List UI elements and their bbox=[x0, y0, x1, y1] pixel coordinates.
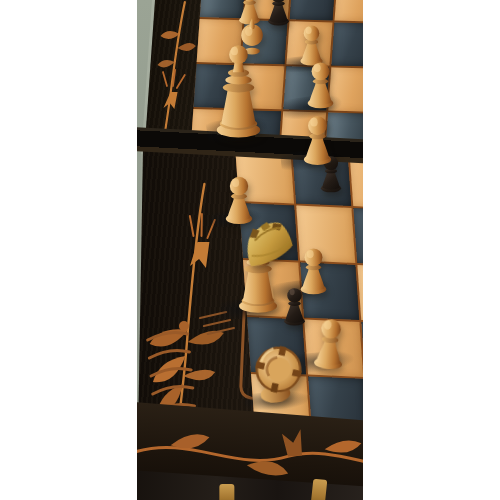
board-square bbox=[290, 0, 336, 20]
light-pawn bbox=[300, 109, 335, 166]
light-queen bbox=[212, 42, 265, 139]
brass-clasp bbox=[310, 479, 327, 500]
dark-pawn bbox=[281, 283, 308, 326]
board-square bbox=[335, 0, 363, 22]
light-rook-fallen bbox=[251, 341, 307, 408]
light-pawn bbox=[222, 170, 256, 225]
light-pawn bbox=[304, 56, 337, 109]
dark-pawn bbox=[265, 0, 292, 26]
light-pawn bbox=[310, 311, 351, 372]
brass-clasp bbox=[219, 484, 234, 500]
screenshot-canvas bbox=[0, 0, 500, 500]
chessboard-photo bbox=[137, 0, 363, 500]
